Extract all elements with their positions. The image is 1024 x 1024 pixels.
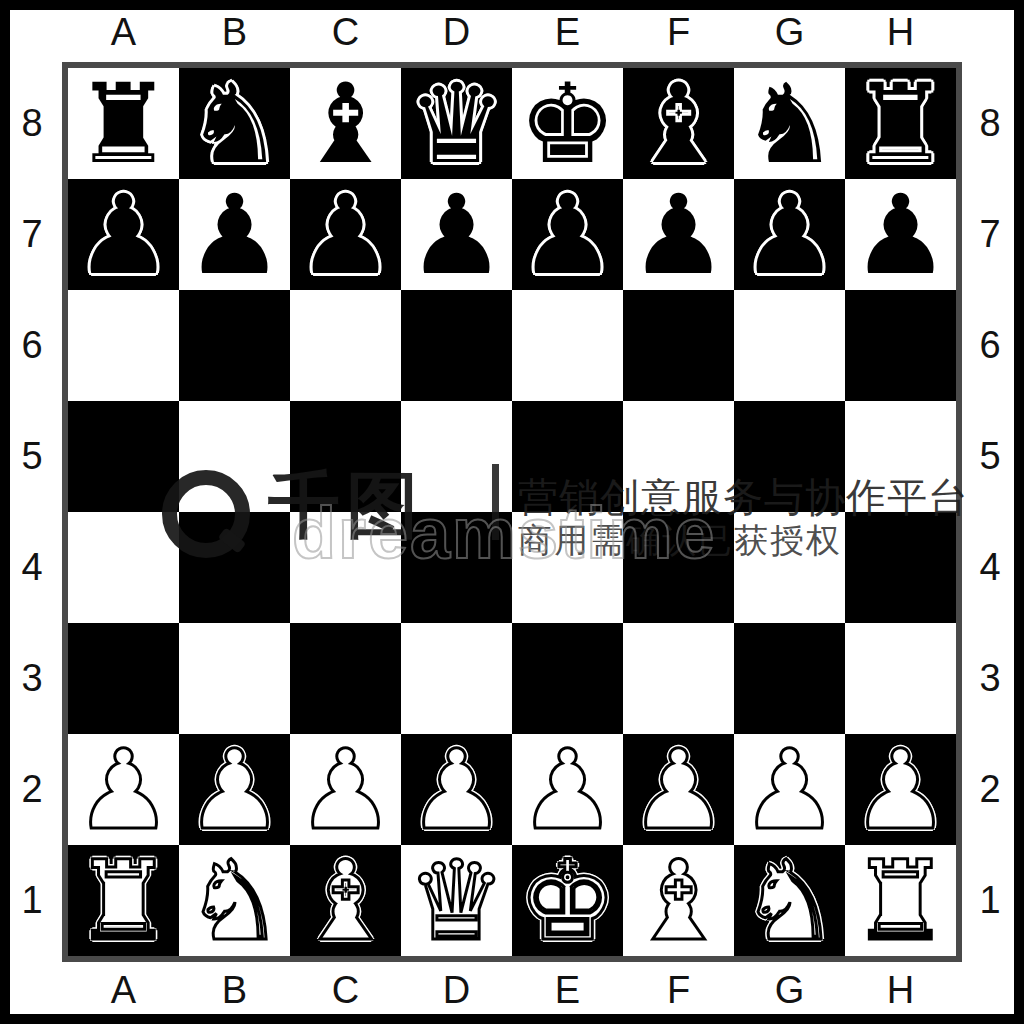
rank-label-1: 1 [6, 845, 58, 956]
square-a1[interactable]: ♜ [68, 845, 179, 956]
rank-label-6: 6 [6, 290, 58, 401]
square-a7[interactable]: ♟ [68, 179, 179, 290]
square-e7[interactable]: ♟ [512, 179, 623, 290]
square-a3[interactable] [68, 623, 179, 734]
square-c8[interactable]: ♝ [290, 68, 401, 179]
square-h8[interactable]: ♜ [845, 68, 956, 179]
square-f2[interactable]: ♟ [623, 734, 734, 845]
rank-label-3: 3 [6, 623, 58, 734]
square-e1[interactable]: ♚ [512, 845, 623, 956]
file-label-c: C [290, 964, 401, 1016]
piece-black-queen[interactable]: ♛ [407, 69, 506, 179]
rank-label-2: 2 [964, 734, 1016, 845]
square-h7[interactable]: ♟ [845, 179, 956, 290]
piece-black-pawn[interactable]: ♟ [740, 180, 839, 290]
file-label-d: D [401, 6, 512, 58]
square-b8[interactable]: ♞ [179, 68, 290, 179]
piece-black-knight[interactable]: ♞ [740, 69, 839, 179]
piece-white-rook[interactable]: ♜ [74, 846, 173, 956]
file-label-e: E [512, 6, 623, 58]
file-label-a: A [68, 964, 179, 1016]
square-g7[interactable]: ♟ [734, 179, 845, 290]
piece-black-rook[interactable]: ♜ [74, 69, 173, 179]
square-e5[interactable] [512, 401, 623, 512]
rank-label-5: 5 [6, 401, 58, 512]
square-g5[interactable] [734, 401, 845, 512]
piece-black-king[interactable]: ♚ [518, 69, 617, 179]
file-label-e: E [512, 964, 623, 1016]
piece-white-bishop[interactable]: ♝ [629, 846, 728, 956]
piece-white-pawn[interactable]: ♟ [629, 735, 728, 845]
square-c4[interactable] [290, 512, 401, 623]
square-e6[interactable] [512, 290, 623, 401]
square-a8[interactable]: ♜ [68, 68, 179, 179]
piece-white-rook[interactable]: ♜ [851, 846, 950, 956]
square-g1[interactable]: ♞ [734, 845, 845, 956]
square-f6[interactable] [623, 290, 734, 401]
square-f8[interactable]: ♝ [623, 68, 734, 179]
square-c6[interactable] [290, 290, 401, 401]
square-b6[interactable] [179, 290, 290, 401]
piece-white-knight[interactable]: ♞ [185, 846, 284, 956]
square-b5[interactable] [179, 401, 290, 512]
piece-white-king[interactable]: ♚ [518, 846, 617, 956]
piece-black-pawn[interactable]: ♟ [518, 180, 617, 290]
file-labels-top: ABCDEFGH [68, 6, 956, 58]
piece-black-pawn[interactable]: ♟ [629, 180, 728, 290]
piece-white-pawn[interactable]: ♟ [518, 735, 617, 845]
square-d4[interactable] [401, 512, 512, 623]
square-a4[interactable] [68, 512, 179, 623]
file-label-g: G [734, 964, 845, 1016]
piece-black-pawn[interactable]: ♟ [74, 180, 173, 290]
rank-label-7: 7 [964, 179, 1016, 290]
file-label-f: F [623, 964, 734, 1016]
piece-white-pawn[interactable]: ♟ [407, 735, 506, 845]
rank-label-8: 8 [964, 68, 1016, 179]
square-f1[interactable]: ♝ [623, 845, 734, 956]
piece-white-bishop[interactable]: ♝ [296, 846, 395, 956]
square-a5[interactable] [68, 401, 179, 512]
square-h6[interactable] [845, 290, 956, 401]
square-h4[interactable] [845, 512, 956, 623]
square-g8[interactable]: ♞ [734, 68, 845, 179]
piece-black-pawn[interactable]: ♟ [296, 180, 395, 290]
piece-white-queen[interactable]: ♛ [407, 846, 506, 956]
square-d8[interactable]: ♛ [401, 68, 512, 179]
square-b2[interactable]: ♟ [179, 734, 290, 845]
rank-labels-right: 87654321 [964, 68, 1016, 956]
square-a6[interactable] [68, 290, 179, 401]
square-f7[interactable]: ♟ [623, 179, 734, 290]
square-d2[interactable]: ♟ [401, 734, 512, 845]
rank-label-3: 3 [964, 623, 1016, 734]
piece-black-bishop[interactable]: ♝ [296, 69, 395, 179]
file-label-c: C [290, 6, 401, 58]
chessboard: ♜♞♝♛♚♝♞♜♟♟♟♟♟♟♟♟♟♟♟♟♟♟♟♟♜♞♝♛♚♝♞♜ [62, 62, 962, 962]
square-g6[interactable] [734, 290, 845, 401]
square-b4[interactable] [179, 512, 290, 623]
piece-black-pawn[interactable]: ♟ [185, 180, 284, 290]
piece-white-pawn[interactable]: ♟ [185, 735, 284, 845]
square-d1[interactable]: ♛ [401, 845, 512, 956]
square-b7[interactable]: ♟ [179, 179, 290, 290]
square-e2[interactable]: ♟ [512, 734, 623, 845]
piece-white-pawn[interactable]: ♟ [740, 735, 839, 845]
square-b3[interactable] [179, 623, 290, 734]
file-label-b: B [179, 6, 290, 58]
square-f5[interactable] [623, 401, 734, 512]
file-label-d: D [401, 964, 512, 1016]
file-labels-bottom: ABCDEFGH [68, 964, 956, 1016]
square-b1[interactable]: ♞ [179, 845, 290, 956]
rank-label-6: 6 [964, 290, 1016, 401]
square-h2[interactable]: ♟ [845, 734, 956, 845]
piece-black-pawn[interactable]: ♟ [407, 180, 506, 290]
square-h1[interactable]: ♜ [845, 845, 956, 956]
piece-black-bishop[interactable]: ♝ [629, 69, 728, 179]
square-f4[interactable] [623, 512, 734, 623]
file-label-g: G [734, 6, 845, 58]
square-c3[interactable] [290, 623, 401, 734]
square-e3[interactable] [512, 623, 623, 734]
rank-label-1: 1 [964, 845, 1016, 956]
piece-black-rook[interactable]: ♜ [851, 69, 950, 179]
file-label-a: A [68, 6, 179, 58]
piece-black-knight[interactable]: ♞ [185, 69, 284, 179]
square-g3[interactable] [734, 623, 845, 734]
rank-label-4: 4 [6, 512, 58, 623]
file-label-h: H [845, 6, 956, 58]
square-h3[interactable] [845, 623, 956, 734]
square-d6[interactable] [401, 290, 512, 401]
piece-white-pawn[interactable]: ♟ [851, 735, 950, 845]
square-f3[interactable] [623, 623, 734, 734]
file-label-b: B [179, 964, 290, 1016]
piece-white-pawn[interactable]: ♟ [296, 735, 395, 845]
square-e8[interactable]: ♚ [512, 68, 623, 179]
square-d3[interactable] [401, 623, 512, 734]
square-c1[interactable]: ♝ [290, 845, 401, 956]
rank-label-5: 5 [964, 401, 1016, 512]
square-h5[interactable] [845, 401, 956, 512]
square-g4[interactable] [734, 512, 845, 623]
rank-label-7: 7 [6, 179, 58, 290]
square-d5[interactable] [401, 401, 512, 512]
square-a2[interactable]: ♟ [68, 734, 179, 845]
square-d7[interactable]: ♟ [401, 179, 512, 290]
piece-black-pawn[interactable]: ♟ [851, 180, 950, 290]
file-label-f: F [623, 6, 734, 58]
square-c7[interactable]: ♟ [290, 179, 401, 290]
file-label-h: H [845, 964, 956, 1016]
rank-label-4: 4 [964, 512, 1016, 623]
piece-white-knight[interactable]: ♞ [740, 846, 839, 956]
rank-labels-left: 87654321 [6, 68, 58, 956]
piece-white-pawn[interactable]: ♟ [74, 735, 173, 845]
square-e4[interactable] [512, 512, 623, 623]
square-g2[interactable]: ♟ [734, 734, 845, 845]
rank-label-2: 2 [6, 734, 58, 845]
rank-label-8: 8 [6, 68, 58, 179]
square-c2[interactable]: ♟ [290, 734, 401, 845]
square-c5[interactable] [290, 401, 401, 512]
